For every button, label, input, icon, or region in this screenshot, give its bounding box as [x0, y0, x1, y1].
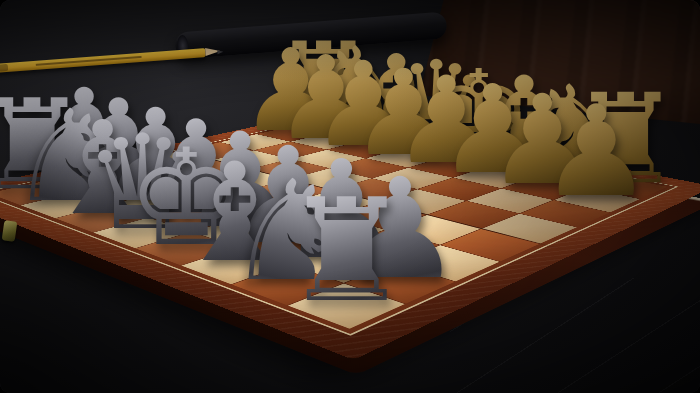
chess-photo-scene: ♜♞♝♛♚♝♞♜♟♟♟♟♟♟♟♟♟♟♟♟♟♟♟♟♜♞♝♛♚♝♞♜: [0, 0, 700, 393]
pencil-lead: [217, 49, 223, 53]
board-latch: [2, 220, 18, 242]
